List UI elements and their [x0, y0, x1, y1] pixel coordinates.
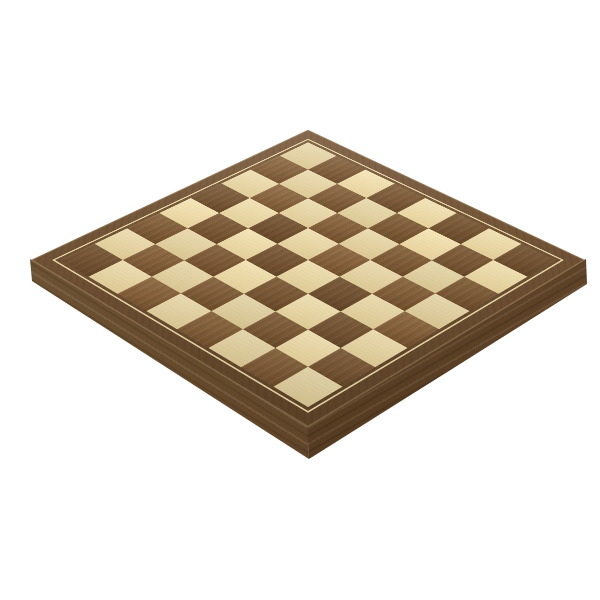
chess-board [31, 130, 585, 428]
board-field [61, 142, 556, 407]
product-photo [0, 0, 600, 600]
